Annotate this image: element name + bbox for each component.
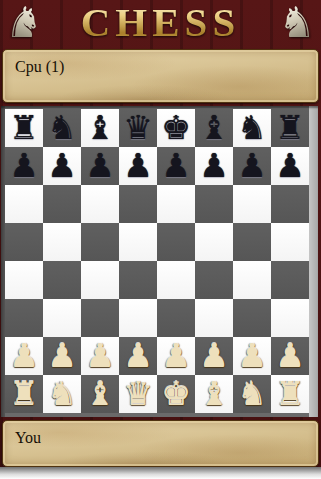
piece-black-knight: ♞: [43, 109, 81, 147]
piece-black-rook: ♜: [5, 109, 43, 147]
square-b2[interactable]: ♟: [43, 337, 81, 375]
piece-white-bishop: ♝: [81, 375, 119, 413]
piece-black-bishop: ♝: [81, 109, 119, 147]
piece-white-rook: ♜: [5, 375, 43, 413]
square-h5[interactable]: [271, 223, 309, 261]
square-e3[interactable]: [157, 299, 195, 337]
title-bar: ♞ CHESS ♞: [0, 0, 321, 46]
square-e7[interactable]: ♟: [157, 147, 195, 185]
square-e2[interactable]: ♟: [157, 337, 195, 375]
square-d8[interactable]: ♛: [119, 109, 157, 147]
square-c6[interactable]: [81, 185, 119, 223]
piece-white-queen: ♛: [119, 375, 157, 413]
bottom-edge-strip: [0, 467, 321, 479]
piece-white-pawn: ♟: [43, 337, 81, 375]
square-d1[interactable]: ♛: [119, 375, 157, 413]
square-f5[interactable]: [195, 223, 233, 261]
knight-logo-left-icon: ♞: [5, 1, 43, 45]
piece-black-knight: ♞: [233, 109, 271, 147]
square-e8[interactable]: ♚: [157, 109, 195, 147]
square-h7[interactable]: ♟: [271, 147, 309, 185]
piece-black-queen: ♛: [119, 109, 157, 147]
square-c7[interactable]: ♟: [81, 147, 119, 185]
square-g2[interactable]: ♟: [233, 337, 271, 375]
square-g5[interactable]: [233, 223, 271, 261]
square-d6[interactable]: [119, 185, 157, 223]
piece-white-king: ♚: [157, 375, 195, 413]
square-b1[interactable]: ♞: [43, 375, 81, 413]
piece-white-pawn: ♟: [81, 337, 119, 375]
square-f7[interactable]: ♟: [195, 147, 233, 185]
app-title: CHESS: [81, 0, 240, 48]
piece-white-pawn: ♟: [233, 337, 271, 375]
piece-black-pawn: ♟: [195, 147, 233, 185]
piece-black-king: ♚: [157, 109, 195, 147]
piece-black-pawn: ♟: [157, 147, 195, 185]
square-h3[interactable]: [271, 299, 309, 337]
square-a2[interactable]: ♟: [5, 337, 43, 375]
piece-white-pawn: ♟: [119, 337, 157, 375]
square-e4[interactable]: [157, 261, 195, 299]
square-g7[interactable]: ♟: [233, 147, 271, 185]
square-a7[interactable]: ♟: [5, 147, 43, 185]
square-g1[interactable]: ♞: [233, 375, 271, 413]
square-a5[interactable]: [5, 223, 43, 261]
square-d2[interactable]: ♟: [119, 337, 157, 375]
piece-black-rook: ♜: [271, 109, 309, 147]
square-h8[interactable]: ♜: [271, 109, 309, 147]
square-g6[interactable]: [233, 185, 271, 223]
square-b5[interactable]: [43, 223, 81, 261]
square-a8[interactable]: ♜: [5, 109, 43, 147]
piece-black-pawn: ♟: [5, 147, 43, 185]
square-f1[interactable]: ♝: [195, 375, 233, 413]
square-f4[interactable]: [195, 261, 233, 299]
square-g8[interactable]: ♞: [233, 109, 271, 147]
piece-black-pawn: ♟: [119, 147, 157, 185]
square-a4[interactable]: [5, 261, 43, 299]
player-bar: You: [2, 420, 319, 467]
piece-black-bishop: ♝: [195, 109, 233, 147]
square-a1[interactable]: ♜: [5, 375, 43, 413]
square-c1[interactable]: ♝: [81, 375, 119, 413]
square-g3[interactable]: [233, 299, 271, 337]
square-g4[interactable]: [233, 261, 271, 299]
square-h1[interactable]: ♜: [271, 375, 309, 413]
square-h2[interactable]: ♟: [271, 337, 309, 375]
piece-white-bishop: ♝: [195, 375, 233, 413]
piece-black-pawn: ♟: [233, 147, 271, 185]
square-d5[interactable]: [119, 223, 157, 261]
chess-app-window: ♞ CHESS ♞ Cpu (1) ♜♞♝♛♚♝♞♜♟♟♟♟♟♟♟♟♟♟♟♟♟♟…: [0, 0, 321, 479]
square-b7[interactable]: ♟: [43, 147, 81, 185]
square-f8[interactable]: ♝: [195, 109, 233, 147]
piece-black-pawn: ♟: [43, 147, 81, 185]
square-c2[interactable]: ♟: [81, 337, 119, 375]
square-b6[interactable]: [43, 185, 81, 223]
square-f6[interactable]: [195, 185, 233, 223]
piece-black-pawn: ♟: [81, 147, 119, 185]
square-f3[interactable]: [195, 299, 233, 337]
square-h4[interactable]: [271, 261, 309, 299]
piece-black-pawn: ♟: [271, 147, 309, 185]
board: ♜♞♝♛♚♝♞♜♟♟♟♟♟♟♟♟♟♟♟♟♟♟♟♟♜♞♝♛♚♝♞♜: [5, 109, 309, 413]
square-e5[interactable]: [157, 223, 195, 261]
piece-white-pawn: ♟: [271, 337, 309, 375]
piece-white-knight: ♞: [43, 375, 81, 413]
square-a3[interactable]: [5, 299, 43, 337]
piece-white-knight: ♞: [233, 375, 271, 413]
piece-white-pawn: ♟: [5, 337, 43, 375]
square-b3[interactable]: [43, 299, 81, 337]
square-d3[interactable]: [119, 299, 157, 337]
square-c5[interactable]: [81, 223, 119, 261]
square-a6[interactable]: [5, 185, 43, 223]
square-d7[interactable]: ♟: [119, 147, 157, 185]
piece-white-rook: ♜: [271, 375, 309, 413]
board-frame: ♜♞♝♛♚♝♞♜♟♟♟♟♟♟♟♟♟♟♟♟♟♟♟♟♜♞♝♛♚♝♞♜: [1, 106, 318, 417]
opponent-bar: Cpu (1): [2, 49, 319, 103]
square-b4[interactable]: [43, 261, 81, 299]
square-e1[interactable]: ♚: [157, 375, 195, 413]
knight-logo-right-icon: ♞: [278, 1, 316, 45]
square-b8[interactable]: ♞: [43, 109, 81, 147]
piece-white-pawn: ♟: [195, 337, 233, 375]
square-h6[interactable]: [271, 185, 309, 223]
square-c4[interactable]: [81, 261, 119, 299]
piece-white-pawn: ♟: [157, 337, 195, 375]
square-d4[interactable]: [119, 261, 157, 299]
opponent-name-label: Cpu (1): [15, 58, 64, 75]
square-f2[interactable]: ♟: [195, 337, 233, 375]
square-c8[interactable]: ♝: [81, 109, 119, 147]
square-e6[interactable]: [157, 185, 195, 223]
player-name-label: You: [15, 429, 41, 446]
square-c3[interactable]: [81, 299, 119, 337]
